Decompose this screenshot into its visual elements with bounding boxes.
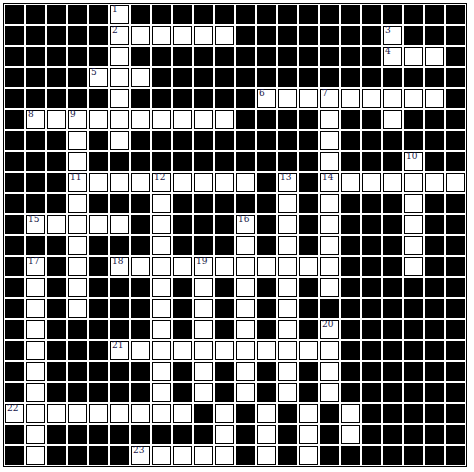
blocked-square [215, 299, 234, 318]
blocked-square [425, 26, 444, 45]
white-cell-r11c8[interactable] [151, 214, 172, 235]
white-cell-r10c8[interactable] [151, 193, 172, 214]
white-cell-r12c16[interactable] [319, 235, 340, 256]
white-cell-r17c8[interactable] [151, 340, 172, 361]
white-cell-r15c12[interactable] [235, 298, 256, 319]
white-cell-r22c2[interactable] [25, 445, 46, 466]
white-cell-r9c4[interactable]: 11 [67, 172, 88, 193]
white-cell-r16c14[interactable] [277, 319, 298, 340]
white-cell-r15c4[interactable] [67, 298, 88, 319]
white-cell-r16c16[interactable]: 20 [319, 319, 340, 340]
white-cell-r6c6[interactable] [109, 109, 130, 130]
white-cell-r6c4[interactable]: 9 [67, 109, 88, 130]
blocked-square [173, 215, 192, 234]
white-cell-r16c8[interactable] [151, 319, 172, 340]
white-cell-r13c14[interactable] [277, 256, 298, 277]
black-cell-r21c7 [130, 424, 151, 445]
white-cell-r5c17[interactable] [340, 88, 361, 109]
entry-square [278, 278, 297, 297]
white-cell-r4c7[interactable] [130, 67, 151, 88]
white-cell-r6c9[interactable] [172, 109, 193, 130]
white-cell-r9c22[interactable] [445, 172, 466, 193]
black-cell-r4c16 [319, 67, 340, 88]
white-cell-r6c16[interactable] [319, 109, 340, 130]
white-cell-r14c2[interactable] [25, 277, 46, 298]
white-cell-r22c13[interactable] [256, 445, 277, 466]
white-cell-r17c13[interactable] [256, 340, 277, 361]
entry-square [236, 257, 255, 276]
white-cell-r4c6[interactable] [109, 67, 130, 88]
white-cell-r3c6[interactable] [109, 46, 130, 67]
white-cell-r9c7[interactable] [130, 172, 151, 193]
blocked-square [152, 131, 171, 150]
white-cell-r6c5[interactable] [88, 109, 109, 130]
white-cell-r9c21[interactable] [424, 172, 445, 193]
white-cell-r9c5[interactable] [88, 172, 109, 193]
blocked-square [152, 425, 171, 444]
blocked-square [26, 47, 45, 66]
black-cell-r1c14 [277, 4, 298, 25]
white-cell-r12c14[interactable] [277, 235, 298, 256]
white-cell-r9c10[interactable] [193, 172, 214, 193]
black-cell-r21c18 [361, 424, 382, 445]
black-cell-r2c17 [340, 25, 361, 46]
entry-square [152, 341, 171, 360]
white-cell-r11c3[interactable] [46, 214, 67, 235]
blocked-square [341, 47, 360, 66]
white-cell-r13c6[interactable]: 18 [109, 256, 130, 277]
white-cell-r19c2[interactable] [25, 382, 46, 403]
blocked-square [5, 26, 24, 45]
clue-number-18: 18 [112, 257, 123, 266]
white-cell-r6c8[interactable] [151, 109, 172, 130]
white-cell-r6c10[interactable] [193, 109, 214, 130]
blocked-square [47, 26, 66, 45]
black-cell-r15c20 [403, 298, 424, 319]
white-cell-r9c9[interactable] [172, 172, 193, 193]
entry-square [26, 425, 45, 444]
white-cell-r17c7[interactable] [130, 340, 151, 361]
white-cell-r19c14[interactable] [277, 382, 298, 403]
blocked-square [47, 152, 66, 171]
white-cell-r14c10[interactable] [193, 277, 214, 298]
white-cell-r18c2[interactable] [25, 361, 46, 382]
white-cell-r11c12[interactable]: 16 [235, 214, 256, 235]
black-cell-r7c2 [25, 130, 46, 151]
white-cell-r9c20[interactable] [403, 172, 424, 193]
white-cell-r21c15[interactable] [298, 424, 319, 445]
white-cell-r15c2[interactable] [25, 298, 46, 319]
white-cell-r9c18[interactable] [361, 172, 382, 193]
entry-square [152, 215, 171, 234]
blocked-square [362, 383, 381, 402]
black-cell-r4c2 [25, 67, 46, 88]
blocked-square [341, 26, 360, 45]
white-cell-r18c10[interactable] [193, 361, 214, 382]
white-cell-r13c2[interactable]: 17 [25, 256, 46, 277]
white-cell-r14c16[interactable] [319, 277, 340, 298]
white-cell-r9c8[interactable]: 12 [151, 172, 172, 193]
white-cell-r13c15[interactable] [298, 256, 319, 277]
black-cell-r13c22 [445, 256, 466, 277]
black-cell-r4c21 [424, 67, 445, 88]
white-cell-r20c1[interactable]: 22 [4, 403, 25, 424]
white-cell-r10c4[interactable] [67, 193, 88, 214]
entry-square [131, 404, 150, 423]
blocked-square [446, 47, 465, 66]
white-cell-r7c16[interactable] [319, 130, 340, 151]
white-cell-r3c19[interactable]: 4 [382, 46, 403, 67]
white-cell-r19c10[interactable] [193, 382, 214, 403]
white-cell-r5c20[interactable] [403, 88, 424, 109]
white-cell-r8c20[interactable]: 10 [403, 151, 424, 172]
black-cell-r16c9 [172, 319, 193, 340]
blocked-square [383, 341, 402, 360]
white-cell-r13c7[interactable] [130, 256, 151, 277]
blocked-square [446, 320, 465, 339]
white-cell-r20c13[interactable] [256, 403, 277, 424]
white-cell-r6c7[interactable] [130, 109, 151, 130]
blocked-square [446, 404, 465, 423]
white-cell-r22c11[interactable] [214, 445, 235, 466]
white-cell-r3c21[interactable] [424, 46, 445, 67]
clue-number-10: 10 [406, 152, 417, 161]
white-cell-r13c16[interactable] [319, 256, 340, 277]
black-cell-r3c3 [46, 46, 67, 67]
white-cell-r14c4[interactable] [67, 277, 88, 298]
white-cell-r19c12[interactable] [235, 382, 256, 403]
black-cell-r12c19 [382, 235, 403, 256]
white-cell-r15c10[interactable] [193, 298, 214, 319]
blocked-square [89, 278, 108, 297]
blocked-square [5, 362, 24, 381]
white-cell-r17c11[interactable] [214, 340, 235, 361]
entry-square [320, 362, 339, 381]
black-cell-r17c21 [424, 340, 445, 361]
white-cell-r15c14[interactable] [277, 298, 298, 319]
entry-square [341, 425, 360, 444]
white-cell-r20c8[interactable] [151, 403, 172, 424]
white-cell-r17c16[interactable] [319, 340, 340, 361]
entry-square [362, 89, 381, 108]
white-cell-r5c18[interactable] [361, 88, 382, 109]
black-cell-r1c22 [445, 4, 466, 25]
entry-square [320, 383, 339, 402]
black-cell-r11c9 [172, 214, 193, 235]
black-cell-r18c11 [214, 361, 235, 382]
white-cell-r20c17[interactable] [340, 403, 361, 424]
white-cell-r13c12[interactable] [235, 256, 256, 277]
black-cell-r5c7 [130, 88, 151, 109]
white-cell-r11c2[interactable]: 15 [25, 214, 46, 235]
blocked-square [47, 341, 66, 360]
white-cell-r5c13[interactable]: 6 [256, 88, 277, 109]
white-cell-r22c7[interactable]: 23 [130, 445, 151, 466]
entry-square [194, 26, 213, 45]
white-cell-r5c6[interactable] [109, 88, 130, 109]
white-cell-r11c20[interactable] [403, 214, 424, 235]
white-cell-r21c2[interactable] [25, 424, 46, 445]
black-cell-r18c7 [130, 361, 151, 382]
white-cell-r7c6[interactable] [109, 130, 130, 151]
white-cell-r17c9[interactable] [172, 340, 193, 361]
black-cell-r12c2 [25, 235, 46, 256]
white-cell-r12c20[interactable] [403, 235, 424, 256]
black-cell-r8c7 [130, 151, 151, 172]
blocked-square [320, 26, 339, 45]
black-cell-r6c21 [424, 109, 445, 130]
white-cell-r9c19[interactable] [382, 172, 403, 193]
blocked-square [131, 194, 150, 213]
white-cell-r20c3[interactable] [46, 403, 67, 424]
white-cell-r11c6[interactable] [109, 214, 130, 235]
white-cell-r18c8[interactable] [151, 361, 172, 382]
entry-square [320, 236, 339, 255]
white-cell-r9c16[interactable]: 14 [319, 172, 340, 193]
blocked-square [278, 68, 297, 87]
blocked-square [383, 131, 402, 150]
white-cell-r2c9[interactable] [172, 25, 193, 46]
white-cell-r14c12[interactable] [235, 277, 256, 298]
blocked-square [341, 110, 360, 129]
white-cell-r6c2[interactable]: 8 [25, 109, 46, 130]
blocked-square [5, 131, 24, 150]
white-cell-r11c14[interactable] [277, 214, 298, 235]
white-cell-r19c8[interactable] [151, 382, 172, 403]
blocked-square [194, 215, 213, 234]
blocked-square [68, 5, 87, 24]
blocked-square [47, 236, 66, 255]
entry-square [110, 110, 129, 129]
black-cell-r21c10 [193, 424, 214, 445]
white-cell-r17c15[interactable] [298, 340, 319, 361]
white-cell-r17c14[interactable] [277, 340, 298, 361]
white-cell-r22c8[interactable] [151, 445, 172, 466]
black-cell-r8c12 [235, 151, 256, 172]
black-cell-r19c22 [445, 382, 466, 403]
white-cell-r18c16[interactable] [319, 361, 340, 382]
white-cell-r5c14[interactable] [277, 88, 298, 109]
white-cell-r21c13[interactable] [256, 424, 277, 445]
white-cell-r18c12[interactable] [235, 361, 256, 382]
black-cell-r15c6 [109, 298, 130, 319]
white-cell-r13c13[interactable] [256, 256, 277, 277]
black-cell-r14c6 [109, 277, 130, 298]
white-cell-r22c10[interactable] [193, 445, 214, 466]
black-cell-r8c18 [361, 151, 382, 172]
white-cell-r17c6[interactable]: 21 [109, 340, 130, 361]
black-cell-r1c9 [172, 4, 193, 25]
white-cell-r14c8[interactable] [151, 277, 172, 298]
blocked-square [362, 446, 381, 465]
white-cell-r6c3[interactable] [46, 109, 67, 130]
black-cell-r12c1 [4, 235, 25, 256]
blocked-square [425, 110, 444, 129]
blocked-square [131, 236, 150, 255]
black-cell-r10c9 [172, 193, 193, 214]
black-cell-r22c6 [109, 445, 130, 466]
blocked-square [341, 278, 360, 297]
white-cell-r13c20[interactable] [403, 256, 424, 277]
black-cell-r11c19 [382, 214, 403, 235]
black-cell-r18c13 [256, 361, 277, 382]
entry-square [173, 446, 192, 465]
white-cell-r11c4[interactable] [67, 214, 88, 235]
white-cell-r10c20[interactable] [403, 193, 424, 214]
blocked-square [5, 236, 24, 255]
white-cell-r6c11[interactable] [214, 109, 235, 130]
entry-square [194, 341, 213, 360]
white-cell-r16c12[interactable] [235, 319, 256, 340]
black-cell-r2c18 [361, 25, 382, 46]
white-cell-r20c15[interactable] [298, 403, 319, 424]
white-cell-r13c10[interactable]: 19 [193, 256, 214, 277]
white-cell-r2c19[interactable]: 3 [382, 25, 403, 46]
white-cell-r21c11[interactable] [214, 424, 235, 445]
clue-number-11: 11 [70, 173, 81, 182]
black-cell-r8c6 [109, 151, 130, 172]
entry-square [320, 131, 339, 150]
white-cell-r2c10[interactable] [193, 25, 214, 46]
blocked-square [89, 89, 108, 108]
white-cell-r5c15[interactable] [298, 88, 319, 109]
white-cell-r12c8[interactable] [151, 235, 172, 256]
white-cell-r13c9[interactable] [172, 256, 193, 277]
black-cell-r17c20 [403, 340, 424, 361]
white-cell-r21c17[interactable] [340, 424, 361, 445]
entry-square [299, 404, 318, 423]
white-cell-r8c16[interactable] [319, 151, 340, 172]
clue-number-9: 9 [70, 110, 76, 119]
blocked-square [257, 173, 276, 192]
white-cell-r20c4[interactable] [67, 403, 88, 424]
black-cell-r16c15 [298, 319, 319, 340]
white-cell-r19c16[interactable] [319, 382, 340, 403]
white-cell-r9c11[interactable] [214, 172, 235, 193]
blocked-square [173, 236, 192, 255]
white-cell-r20c6[interactable] [109, 403, 130, 424]
white-cell-r20c7[interactable] [130, 403, 151, 424]
black-cell-r21c14 [277, 424, 298, 445]
white-cell-r6c19[interactable] [382, 109, 403, 130]
blocked-square [194, 5, 213, 24]
black-cell-r2c5 [88, 25, 109, 46]
white-cell-r20c11[interactable] [214, 403, 235, 424]
white-cell-r5c19[interactable] [382, 88, 403, 109]
white-cell-r2c7[interactable] [130, 25, 151, 46]
entry-square [173, 26, 192, 45]
entry-square [194, 446, 213, 465]
blocked-square [173, 131, 192, 150]
black-cell-r3c10 [193, 46, 214, 67]
white-cell-r5c21[interactable] [424, 88, 445, 109]
white-cell-r15c8[interactable] [151, 298, 172, 319]
blocked-square [236, 404, 255, 423]
white-cell-r9c6[interactable] [109, 172, 130, 193]
white-cell-r20c2[interactable] [25, 403, 46, 424]
blocked-square [299, 173, 318, 192]
white-cell-r17c10[interactable] [193, 340, 214, 361]
white-cell-r9c12[interactable] [235, 172, 256, 193]
white-cell-r20c5[interactable] [88, 403, 109, 424]
white-cell-r2c11[interactable] [214, 25, 235, 46]
white-cell-r12c4[interactable] [67, 235, 88, 256]
entry-square [173, 110, 192, 129]
white-cell-r18c14[interactable] [277, 361, 298, 382]
blocked-square [236, 131, 255, 150]
entry-square [404, 194, 423, 213]
entry-square [425, 173, 444, 192]
entry-square [26, 278, 45, 297]
white-cell-r1c6[interactable]: 1 [109, 4, 130, 25]
white-cell-r16c2[interactable] [25, 319, 46, 340]
blocked-square [89, 257, 108, 276]
white-cell-r2c8[interactable] [151, 25, 172, 46]
blocked-square [383, 194, 402, 213]
white-cell-r13c4[interactable] [67, 256, 88, 277]
white-cell-r4c5[interactable]: 5 [88, 67, 109, 88]
white-cell-r14c14[interactable] [277, 277, 298, 298]
black-cell-r7c7 [130, 130, 151, 151]
entry-square [194, 362, 213, 381]
black-cell-r7c12 [235, 130, 256, 151]
white-cell-r13c8[interactable] [151, 256, 172, 277]
white-cell-r10c14[interactable] [277, 193, 298, 214]
white-cell-r5c16[interactable]: 7 [319, 88, 340, 109]
black-cell-r3c15 [298, 46, 319, 67]
white-cell-r17c2[interactable] [25, 340, 46, 361]
white-cell-r12c12[interactable] [235, 235, 256, 256]
black-cell-r22c4 [67, 445, 88, 466]
black-cell-r21c8 [151, 424, 172, 445]
white-cell-r20c9[interactable] [172, 403, 193, 424]
blocked-square [215, 320, 234, 339]
black-cell-r18c21 [424, 361, 445, 382]
black-cell-r16c19 [382, 319, 403, 340]
white-cell-r22c15[interactable] [298, 445, 319, 466]
blocked-square [89, 446, 108, 465]
white-cell-r17c12[interactable] [235, 340, 256, 361]
entry-square [425, 47, 444, 66]
white-cell-r9c14[interactable]: 13 [277, 172, 298, 193]
black-cell-r20c20 [403, 403, 424, 424]
black-cell-r12c6 [109, 235, 130, 256]
white-cell-r11c5[interactable] [88, 214, 109, 235]
blocked-square [89, 26, 108, 45]
black-cell-r16c17 [340, 319, 361, 340]
white-cell-r10c16[interactable] [319, 193, 340, 214]
black-cell-r9c2 [25, 172, 46, 193]
blocked-square [341, 5, 360, 24]
white-cell-r9c17[interactable] [340, 172, 361, 193]
white-cell-r22c9[interactable] [172, 445, 193, 466]
white-cell-r3c20[interactable] [403, 46, 424, 67]
entry-square [68, 194, 87, 213]
white-cell-r16c10[interactable] [193, 319, 214, 340]
white-cell-r11c16[interactable] [319, 214, 340, 235]
black-cell-r20c12 [235, 403, 256, 424]
white-cell-r13c11[interactable] [214, 256, 235, 277]
white-cell-r8c4[interactable] [67, 151, 88, 172]
black-cell-r10c7 [130, 193, 151, 214]
white-cell-r7c4[interactable] [67, 130, 88, 151]
white-cell-r2c6[interactable]: 2 [109, 25, 130, 46]
blocked-square [299, 383, 318, 402]
blocked-square [68, 320, 87, 339]
blocked-square [278, 110, 297, 129]
blocked-square [215, 215, 234, 234]
blocked-square [47, 362, 66, 381]
